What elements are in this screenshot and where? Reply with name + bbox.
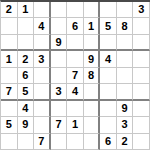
cell-r8c2-given: 9 bbox=[18, 117, 35, 133]
cell-r6c1-given: 7 bbox=[1, 84, 18, 100]
cell-r9c2-empty[interactable] bbox=[18, 134, 35, 150]
cell-r3c3-empty[interactable] bbox=[34, 35, 51, 51]
cell-r9c7-given: 6 bbox=[100, 134, 117, 150]
cell-r4c2-given: 2 bbox=[18, 51, 35, 67]
cell-r2c3-given: 4 bbox=[34, 18, 51, 34]
cell-r3c8-empty[interactable] bbox=[117, 35, 134, 51]
cell-r1c6-empty[interactable] bbox=[84, 2, 101, 18]
cell-r4c5-empty[interactable] bbox=[67, 51, 84, 67]
cell-r6c2-given: 5 bbox=[18, 84, 35, 100]
cell-r3c4-given: 9 bbox=[51, 35, 68, 51]
cell-r9c8-given: 2 bbox=[117, 134, 134, 150]
cell-r2c6-given: 1 bbox=[84, 18, 101, 34]
cell-r9c4-empty[interactable] bbox=[51, 134, 68, 150]
cell-r6c4-given: 3 bbox=[51, 84, 68, 100]
cell-r7c7-empty[interactable] bbox=[100, 101, 117, 117]
cell-r7c8-given: 9 bbox=[117, 101, 134, 117]
cell-r8c3-empty[interactable] bbox=[34, 117, 51, 133]
cell-r4c6-given: 9 bbox=[84, 51, 101, 67]
cell-r1c9-given: 3 bbox=[133, 2, 150, 18]
cell-r1c1-given: 2 bbox=[1, 2, 18, 18]
cell-r4c1-given: 1 bbox=[1, 51, 18, 67]
cell-r9c1-empty[interactable] bbox=[1, 134, 18, 150]
cell-r7c9-empty[interactable] bbox=[133, 101, 150, 117]
cell-r3c9-empty[interactable] bbox=[133, 35, 150, 51]
sudoku-screenshot: 2134615891239467875344959713762 bbox=[0, 0, 150, 150]
cell-r1c7-empty[interactable] bbox=[100, 2, 117, 18]
cell-r1c4-empty[interactable] bbox=[51, 2, 68, 18]
cell-r5c2-given: 6 bbox=[18, 68, 35, 84]
cell-r8c6-empty[interactable] bbox=[84, 117, 101, 133]
cell-r2c5-given: 6 bbox=[67, 18, 84, 34]
cell-r2c8-given: 8 bbox=[117, 18, 134, 34]
cell-r7c6-empty[interactable] bbox=[84, 101, 101, 117]
cell-r8c8-given: 3 bbox=[117, 117, 134, 133]
cell-r6c7-empty[interactable] bbox=[100, 84, 117, 100]
cell-r1c5-empty[interactable] bbox=[67, 2, 84, 18]
cell-r2c9-empty[interactable] bbox=[133, 18, 150, 34]
cell-r8c7-empty[interactable] bbox=[100, 117, 117, 133]
cell-r6c6-empty[interactable] bbox=[84, 84, 101, 100]
cell-r2c4-empty[interactable] bbox=[51, 18, 68, 34]
cell-r4c8-empty[interactable] bbox=[117, 51, 134, 67]
cell-r5c1-empty[interactable] bbox=[1, 68, 18, 84]
cell-r7c1-empty[interactable] bbox=[1, 101, 18, 117]
cell-r6c8-empty[interactable] bbox=[117, 84, 134, 100]
cell-r5c7-empty[interactable] bbox=[100, 68, 117, 84]
cell-r7c2-given: 4 bbox=[18, 101, 35, 117]
cell-r4c4-empty[interactable] bbox=[51, 51, 68, 67]
cell-r8c4-given: 7 bbox=[51, 117, 68, 133]
cell-r8c9-empty[interactable] bbox=[133, 117, 150, 133]
cell-r7c4-empty[interactable] bbox=[51, 101, 68, 117]
cell-r3c7-empty[interactable] bbox=[100, 35, 117, 51]
cell-r5c8-empty[interactable] bbox=[117, 68, 134, 84]
cell-r6c3-empty[interactable] bbox=[34, 84, 51, 100]
cell-r9c3-given: 7 bbox=[34, 134, 51, 150]
cell-r3c2-empty[interactable] bbox=[18, 35, 35, 51]
cell-r5c3-empty[interactable] bbox=[34, 68, 51, 84]
cell-r7c5-empty[interactable] bbox=[67, 101, 84, 117]
cell-r8c1-given: 5 bbox=[1, 117, 18, 133]
cell-r2c2-empty[interactable] bbox=[18, 18, 35, 34]
cell-r6c9-empty[interactable] bbox=[133, 84, 150, 100]
cell-r7c3-empty[interactable] bbox=[34, 101, 51, 117]
cell-r3c6-empty[interactable] bbox=[84, 35, 101, 51]
cell-r9c6-empty[interactable] bbox=[84, 134, 101, 150]
cell-r8c5-given: 1 bbox=[67, 117, 84, 133]
cell-r6c5-given: 4 bbox=[67, 84, 84, 100]
cell-r2c7-given: 5 bbox=[100, 18, 117, 34]
cell-r5c6-given: 8 bbox=[84, 68, 101, 84]
cell-r4c9-empty[interactable] bbox=[133, 51, 150, 67]
cell-r3c5-empty[interactable] bbox=[67, 35, 84, 51]
sudoku-board: 2134615891239467875344959713762 bbox=[0, 0, 150, 150]
cell-r9c5-empty[interactable] bbox=[67, 134, 84, 150]
cell-r5c5-given: 7 bbox=[67, 68, 84, 84]
cell-r5c9-empty[interactable] bbox=[133, 68, 150, 84]
cell-r1c2-given: 1 bbox=[18, 2, 35, 18]
cell-r1c8-empty[interactable] bbox=[117, 2, 134, 18]
cell-r4c3-given: 3 bbox=[34, 51, 51, 67]
cell-r4c7-given: 4 bbox=[100, 51, 117, 67]
cell-r2c1-empty[interactable] bbox=[1, 18, 18, 34]
cell-r5c4-empty[interactable] bbox=[51, 68, 68, 84]
cell-r1c3-empty[interactable] bbox=[34, 2, 51, 18]
cell-r9c9-empty[interactable] bbox=[133, 134, 150, 150]
cell-r3c1-empty[interactable] bbox=[1, 35, 18, 51]
